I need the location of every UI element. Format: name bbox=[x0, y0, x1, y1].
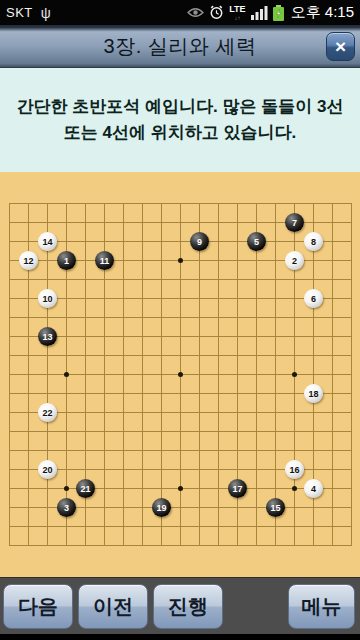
status-bar: SKT ψ LTE ↓↑ 오후 4:15 bbox=[0, 0, 360, 25]
page-title: 3장. 실리와 세력 bbox=[104, 33, 257, 60]
black-stone-9: 9 bbox=[190, 232, 209, 251]
black-stone-7: 7 bbox=[285, 213, 304, 232]
white-stone-14: 14 bbox=[38, 232, 57, 251]
white-stone-8: 8 bbox=[304, 232, 323, 251]
star-point bbox=[178, 486, 183, 491]
battery-icon bbox=[273, 5, 284, 21]
star-point bbox=[64, 486, 69, 491]
eye-icon bbox=[187, 7, 204, 18]
go-board[interactable]: 12345678910111213141516171819202122 bbox=[0, 172, 360, 577]
instruction-line-1: 간단한 초반포석 예입니다. 많은 돌들이 3선 bbox=[17, 94, 344, 120]
lesson-instruction: 간단한 초반포석 예입니다. 많은 돌들이 3선 또는 4선에 위치하고 있습니… bbox=[0, 68, 360, 172]
star-point bbox=[64, 372, 69, 377]
usb-icon: ψ bbox=[41, 5, 51, 21]
white-stone-20: 20 bbox=[38, 460, 57, 479]
navigation-strip bbox=[0, 634, 360, 640]
close-button[interactable]: × bbox=[326, 32, 355, 61]
star-point bbox=[292, 486, 297, 491]
instruction-line-2: 또는 4선에 위치하고 있습니다. bbox=[64, 120, 296, 146]
board-grid[interactable]: 12345678910111213141516171819202122 bbox=[9, 203, 352, 546]
white-stone-2: 2 bbox=[285, 251, 304, 270]
white-stone-12: 12 bbox=[19, 251, 38, 270]
signal-strength-icon bbox=[251, 6, 268, 20]
lte-icon: LTE ↓↑ bbox=[229, 5, 245, 21]
black-stone-11: 11 bbox=[95, 251, 114, 270]
next-button[interactable]: 다음 bbox=[3, 584, 73, 629]
clock-time: 오후 4:15 bbox=[291, 3, 354, 22]
white-stone-16: 16 bbox=[285, 460, 304, 479]
black-stone-3: 3 bbox=[57, 498, 76, 517]
play-button[interactable]: 진행 bbox=[153, 584, 223, 629]
black-stone-1: 1 bbox=[57, 251, 76, 270]
white-stone-10: 10 bbox=[38, 289, 57, 308]
previous-button[interactable]: 이전 bbox=[78, 584, 148, 629]
carrier-label: SKT bbox=[6, 5, 33, 20]
white-stone-6: 6 bbox=[304, 289, 323, 308]
black-stone-19: 19 bbox=[152, 498, 171, 517]
star-point bbox=[178, 258, 183, 263]
white-stone-22: 22 bbox=[38, 403, 57, 422]
bottom-button-bar: 다음 이전 진행 메뉴 bbox=[0, 577, 360, 634]
white-stone-18: 18 bbox=[304, 384, 323, 403]
black-stone-13: 13 bbox=[38, 327, 57, 346]
black-stone-15: 15 bbox=[266, 498, 285, 517]
menu-button[interactable]: 메뉴 bbox=[288, 584, 355, 629]
white-stone-4: 4 bbox=[304, 479, 323, 498]
app-screen: SKT ψ LTE ↓↑ 오후 4:15 3장. 실리와 세력 × bbox=[0, 0, 360, 640]
star-point bbox=[292, 372, 297, 377]
black-stone-5: 5 bbox=[247, 232, 266, 251]
black-stone-21: 21 bbox=[76, 479, 95, 498]
alarm-clock-icon bbox=[209, 5, 224, 20]
black-stone-17: 17 bbox=[228, 479, 247, 498]
status-icons: LTE ↓↑ 오후 4:15 bbox=[187, 3, 354, 22]
title-bar: 3장. 실리와 세력 × bbox=[0, 25, 360, 68]
star-point bbox=[178, 372, 183, 377]
